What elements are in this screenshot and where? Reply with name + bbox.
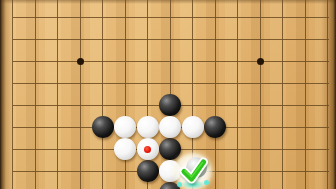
grid-line-vertical bbox=[215, 0, 216, 189]
star-point bbox=[77, 58, 84, 65]
white-stone bbox=[182, 116, 204, 138]
white-stone bbox=[159, 116, 181, 138]
black-stone bbox=[159, 94, 181, 116]
grid-line-vertical bbox=[327, 0, 328, 189]
grid-line-vertical bbox=[80, 0, 81, 189]
grid-line-vertical bbox=[102, 0, 103, 189]
grid-line-vertical bbox=[125, 0, 126, 189]
grid-line-vertical bbox=[12, 0, 13, 189]
grid-line-vertical bbox=[35, 0, 36, 189]
white-stone bbox=[137, 138, 159, 160]
last-move-dot bbox=[144, 146, 151, 153]
grid-line-vertical bbox=[57, 0, 58, 189]
grid-line-vertical bbox=[237, 0, 238, 189]
grid-line-vertical bbox=[305, 0, 306, 189]
grid-line-vertical bbox=[260, 0, 261, 189]
white-stone bbox=[114, 116, 136, 138]
white-stone bbox=[137, 116, 159, 138]
confirm-check-icon bbox=[179, 157, 208, 184]
black-stone bbox=[137, 160, 159, 182]
white-stone bbox=[114, 138, 136, 160]
gomoku-board[interactable] bbox=[0, 0, 336, 189]
black-stone bbox=[204, 116, 226, 138]
grid-line-vertical bbox=[282, 0, 283, 189]
star-point bbox=[257, 58, 264, 65]
black-stone bbox=[92, 116, 114, 138]
